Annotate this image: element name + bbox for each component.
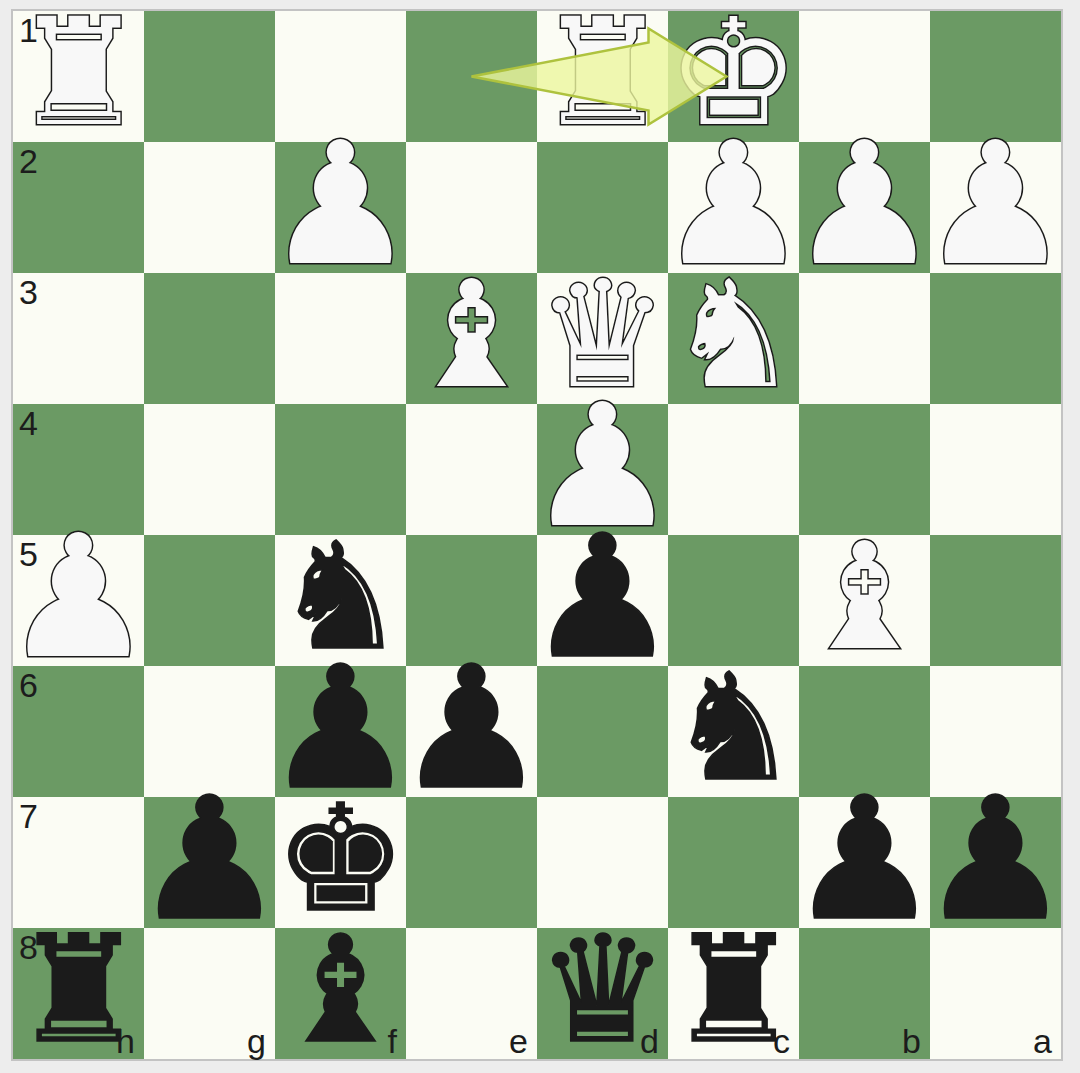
square-g5[interactable] xyxy=(144,535,275,666)
square-e1[interactable] xyxy=(406,11,537,142)
square-g4[interactable] xyxy=(144,404,275,535)
white-bishop-e3[interactable]: ♝ xyxy=(405,270,538,401)
rank-label-8: 8 xyxy=(19,930,38,964)
rank-label-6: 6 xyxy=(19,668,38,702)
square-a5[interactable] xyxy=(930,535,1061,666)
square-a7[interactable]: ♟ xyxy=(930,797,1061,928)
file-label-a: a xyxy=(930,1023,1052,1059)
square-g2[interactable] xyxy=(144,142,275,273)
square-d1[interactable]: ♜ xyxy=(537,11,668,142)
board-grid: ♜♜♚♟♟♟♟♝♛♞♟♟♞♟♝♟♟♞♟♚♟♟♜♝♛♜ xyxy=(13,11,1061,1059)
file-label-h: h xyxy=(13,1023,135,1059)
rank-label-4: 4 xyxy=(19,406,38,440)
rank-label-3: 3 xyxy=(19,275,38,309)
square-e3[interactable]: ♝ xyxy=(406,273,537,404)
black-knight-c6[interactable]: ♞ xyxy=(667,663,800,794)
rank-label-7: 7 xyxy=(19,799,38,833)
white-pawn-a2[interactable]: ♟ xyxy=(919,139,1071,270)
square-g3[interactable] xyxy=(144,273,275,404)
rank-label-2: 2 xyxy=(19,144,38,178)
file-label-g: g xyxy=(144,1023,266,1059)
black-pawn-d5[interactable]: ♟ xyxy=(526,532,678,663)
white-pawn-f2[interactable]: ♟ xyxy=(264,139,416,270)
square-c3[interactable]: ♞ xyxy=(668,273,799,404)
square-e4[interactable] xyxy=(406,404,537,535)
rank-label-5: 5 xyxy=(19,537,38,571)
square-f2[interactable]: ♟ xyxy=(275,142,406,273)
square-g7[interactable]: ♟ xyxy=(144,797,275,928)
white-pawn-b2[interactable]: ♟ xyxy=(788,139,940,270)
square-b2[interactable]: ♟ xyxy=(799,142,930,273)
square-a4[interactable] xyxy=(930,404,1061,535)
file-label-f: f xyxy=(275,1023,397,1059)
square-c4[interactable] xyxy=(668,404,799,535)
square-c6[interactable]: ♞ xyxy=(668,666,799,797)
black-pawn-e6[interactable]: ♟ xyxy=(395,663,547,794)
chess-board-screen: ♜♜♚♟♟♟♟♝♛♞♟♟♞♟♝♟♟♞♟♚♟♟♜♝♛♜ 12345678hgfed… xyxy=(0,0,1080,1073)
white-knight-c3[interactable]: ♞ xyxy=(667,270,800,401)
white-rook-d1[interactable]: ♜ xyxy=(536,8,669,139)
square-d5[interactable]: ♟ xyxy=(537,535,668,666)
square-a2[interactable]: ♟ xyxy=(930,142,1061,273)
black-pawn-b7[interactable]: ♟ xyxy=(788,794,940,925)
file-label-d: d xyxy=(537,1023,659,1059)
white-bishop-b5[interactable]: ♝ xyxy=(798,532,931,663)
file-label-b: b xyxy=(799,1023,921,1059)
black-pawn-g7[interactable]: ♟ xyxy=(133,794,285,925)
square-b5[interactable]: ♝ xyxy=(799,535,930,666)
file-label-e: e xyxy=(406,1023,528,1059)
square-b7[interactable]: ♟ xyxy=(799,797,930,928)
square-g1[interactable] xyxy=(144,11,275,142)
black-pawn-a7[interactable]: ♟ xyxy=(919,794,1071,925)
rank-label-1: 1 xyxy=(19,13,38,47)
file-label-c: c xyxy=(668,1023,790,1059)
square-e6[interactable]: ♟ xyxy=(406,666,537,797)
chessboard: ♜♜♚♟♟♟♟♝♛♞♟♟♞♟♝♟♟♞♟♚♟♟♜♝♛♜ 12345678hgfed… xyxy=(11,9,1063,1061)
